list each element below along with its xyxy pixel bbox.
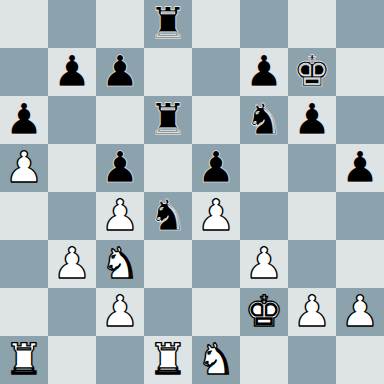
square-c8[interactable] [96,0,144,48]
square-f7[interactable]: ♟ [240,48,288,96]
piece-white-pawn[interactable]: ♟ [101,191,140,239]
square-b2[interactable] [48,288,96,336]
piece-black-rook[interactable]: ♜ [149,0,188,47]
square-a2[interactable] [0,288,48,336]
square-e3[interactable] [192,240,240,288]
piece-white-pawn[interactable]: ♟ [341,287,380,335]
square-f1[interactable] [240,336,288,384]
square-c2[interactable]: ♟ [96,288,144,336]
square-h6[interactable] [336,96,384,144]
square-d2[interactable] [144,288,192,336]
square-h7[interactable] [336,48,384,96]
square-h5[interactable]: ♟ [336,144,384,192]
square-f6[interactable]: ♞ [240,96,288,144]
square-g6[interactable]: ♟ [288,96,336,144]
square-g8[interactable] [288,0,336,48]
piece-white-pawn[interactable]: ♟ [101,287,140,335]
square-h3[interactable] [336,240,384,288]
square-e6[interactable] [192,96,240,144]
square-f8[interactable] [240,0,288,48]
square-b8[interactable] [48,0,96,48]
piece-black-pawn[interactable]: ♟ [197,143,236,191]
square-f4[interactable] [240,192,288,240]
square-c5[interactable]: ♟ [96,144,144,192]
square-d4[interactable]: ♞ [144,192,192,240]
piece-white-rook[interactable]: ♜ [149,335,188,383]
square-g1[interactable] [288,336,336,384]
square-d6[interactable]: ♜ [144,96,192,144]
square-a5[interactable]: ♟ [0,144,48,192]
square-c3[interactable]: ♞ [96,240,144,288]
square-h8[interactable] [336,0,384,48]
piece-white-pawn[interactable]: ♟ [5,143,44,191]
square-d3[interactable] [144,240,192,288]
square-g2[interactable]: ♟ [288,288,336,336]
piece-black-pawn[interactable]: ♟ [53,47,92,95]
square-a1[interactable]: ♜ [0,336,48,384]
square-a4[interactable] [0,192,48,240]
piece-white-pawn[interactable]: ♟ [197,191,236,239]
piece-black-king[interactable]: ♚ [293,47,332,95]
square-a6[interactable]: ♟ [0,96,48,144]
square-d8[interactable]: ♜ [144,0,192,48]
square-c6[interactable] [96,96,144,144]
piece-black-rook[interactable]: ♜ [149,95,188,143]
square-d1[interactable]: ♜ [144,336,192,384]
square-b5[interactable] [48,144,96,192]
piece-white-king[interactable]: ♚ [245,287,284,335]
piece-black-pawn[interactable]: ♟ [101,47,140,95]
square-h4[interactable] [336,192,384,240]
piece-black-knight[interactable]: ♞ [149,191,188,239]
square-g7[interactable]: ♚ [288,48,336,96]
square-f5[interactable] [240,144,288,192]
square-b1[interactable] [48,336,96,384]
piece-white-pawn[interactable]: ♟ [293,287,332,335]
piece-white-knight[interactable]: ♞ [197,335,236,383]
piece-black-pawn[interactable]: ♟ [245,47,284,95]
square-a8[interactable] [0,0,48,48]
square-e2[interactable] [192,288,240,336]
piece-white-rook[interactable]: ♜ [5,335,44,383]
piece-white-pawn[interactable]: ♟ [245,239,284,287]
square-b3[interactable]: ♟ [48,240,96,288]
square-c1[interactable] [96,336,144,384]
piece-black-knight[interactable]: ♞ [245,95,284,143]
square-h1[interactable] [336,336,384,384]
square-c7[interactable]: ♟ [96,48,144,96]
square-d5[interactable] [144,144,192,192]
piece-white-pawn[interactable]: ♟ [53,239,92,287]
square-g5[interactable] [288,144,336,192]
piece-black-pawn[interactable]: ♟ [5,95,44,143]
piece-black-pawn[interactable]: ♟ [293,95,332,143]
piece-black-pawn[interactable]: ♟ [101,143,140,191]
square-e5[interactable]: ♟ [192,144,240,192]
square-a3[interactable] [0,240,48,288]
square-b6[interactable] [48,96,96,144]
square-e8[interactable] [192,0,240,48]
square-f2[interactable]: ♚ [240,288,288,336]
square-e4[interactable]: ♟ [192,192,240,240]
square-h2[interactable]: ♟ [336,288,384,336]
piece-black-pawn[interactable]: ♟ [341,143,380,191]
square-g3[interactable] [288,240,336,288]
square-b7[interactable]: ♟ [48,48,96,96]
chess-board: ♜♟♟♟♚♟♜♞♟♟♟♟♟♟♞♟♟♞♟♟♚♟♟♜♜♞ [0,0,384,384]
square-b4[interactable] [48,192,96,240]
square-d7[interactable] [144,48,192,96]
piece-white-knight[interactable]: ♞ [101,239,140,287]
square-e1[interactable]: ♞ [192,336,240,384]
square-f3[interactable]: ♟ [240,240,288,288]
square-c4[interactable]: ♟ [96,192,144,240]
square-g4[interactable] [288,192,336,240]
square-e7[interactable] [192,48,240,96]
square-a7[interactable] [0,48,48,96]
